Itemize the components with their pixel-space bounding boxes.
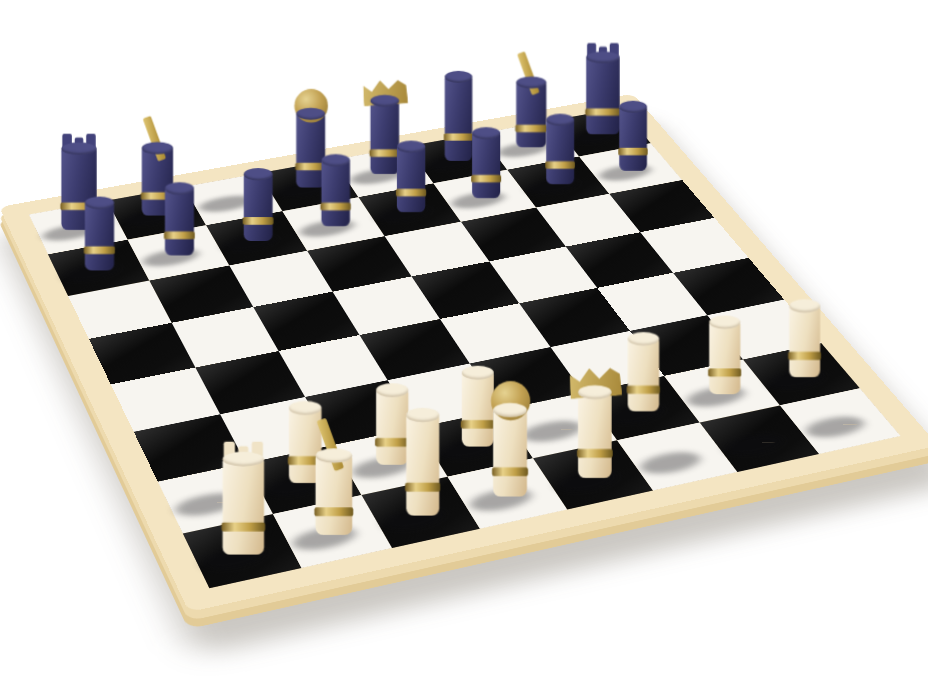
cylinder-top <box>321 154 350 166</box>
piece-black-pawn-d7 <box>321 160 350 227</box>
gold-band <box>84 246 115 254</box>
piece-white-pawn-c2 <box>376 389 408 464</box>
piece-white-pawn-g2 <box>709 322 740 395</box>
chess-board <box>0 94 928 612</box>
gold-band <box>544 403 578 411</box>
cylinder-top <box>445 71 473 83</box>
gold-band <box>315 507 354 516</box>
piece-white-pawn-h2 <box>789 305 820 377</box>
cylinder-top <box>663 355 695 369</box>
cylinder-top <box>223 452 264 467</box>
cylinder-top <box>376 383 408 397</box>
gold-band <box>405 483 440 492</box>
cylinder-top <box>546 114 574 126</box>
cylinder-top <box>142 142 173 154</box>
cylinder-top <box>244 168 273 180</box>
piece-white-king-e1 <box>579 392 613 479</box>
piece-white-rook-h1 <box>824 334 863 425</box>
gold-band <box>164 232 195 240</box>
cylinder-top <box>461 366 493 380</box>
gold-band <box>375 438 409 447</box>
gold-band <box>444 133 473 140</box>
piece-white-knight-b1 <box>316 455 353 535</box>
cylinder-top <box>709 315 740 329</box>
cylinder-top <box>296 108 325 120</box>
gold-band <box>515 125 547 132</box>
gold-band <box>320 203 350 211</box>
cylinder-top <box>289 401 322 415</box>
gold-band <box>222 523 266 532</box>
cylinder-top <box>371 95 400 107</box>
cylinder-top <box>545 349 577 363</box>
piece-black-rook-h8 <box>586 57 619 135</box>
cylinder-top <box>316 449 353 463</box>
piece-white-bishop-f1 <box>663 361 695 460</box>
piece-black-knight-g8 <box>516 82 546 148</box>
cylinder-top <box>789 299 820 312</box>
cylinder-top <box>220 110 248 122</box>
gold-band <box>708 368 741 376</box>
chess-photo-stage <box>0 0 928 686</box>
piece-white-bishop-c1 <box>406 415 439 516</box>
piece-black-pawn-g7 <box>546 119 574 184</box>
cylinder-top <box>397 140 425 152</box>
cylinder-top <box>744 359 779 373</box>
piece-black-pawn-b7 <box>165 188 194 256</box>
piece-black-pawn-a7 <box>85 202 114 270</box>
piece-white-knight-g1 <box>744 366 779 443</box>
cylinder-top <box>62 142 97 154</box>
cylinder-top <box>165 182 194 195</box>
gold-band <box>460 420 494 429</box>
gold-band <box>585 109 620 116</box>
gold-band <box>823 394 864 402</box>
gold-band <box>662 428 696 437</box>
piece-white-pawn-f2 <box>628 338 659 411</box>
cylinder-top <box>200 419 233 433</box>
piece-black-bishop-f8 <box>445 76 473 161</box>
cylinder-top <box>85 196 114 209</box>
piece-black-king-e8 <box>371 100 400 174</box>
gold-band <box>577 449 613 458</box>
knight-gold-fin-icon <box>517 51 540 95</box>
gold-band <box>788 352 821 360</box>
piece-black-pawn-f7 <box>472 133 500 199</box>
cylinder-top <box>628 332 659 346</box>
cylinder-top <box>579 385 613 399</box>
piece-black-pawn-c7 <box>244 174 273 241</box>
gold-band <box>545 161 575 168</box>
cylinder-top <box>824 327 863 341</box>
knight-gold-fin-icon <box>143 116 167 162</box>
gold-band <box>627 385 661 393</box>
piece-black-pawn-h7 <box>619 106 647 171</box>
cylinder-top <box>472 127 500 139</box>
piece-black-pawn-e7 <box>397 146 425 212</box>
cylinder-top <box>586 51 619 63</box>
cylinder-top <box>516 77 546 89</box>
gold-band <box>492 467 528 476</box>
gold-band <box>743 415 780 424</box>
gold-band <box>370 149 401 156</box>
gold-band <box>471 175 501 183</box>
gold-band <box>618 148 648 155</box>
piece-white-pawn-d2 <box>461 372 493 447</box>
piece-white-queen-d1 <box>493 410 527 497</box>
cylinder-top <box>619 101 647 113</box>
gold-band <box>396 189 426 197</box>
cylinder-top <box>406 408 439 422</box>
gold-band <box>243 217 274 225</box>
piece-white-rook-a1 <box>223 459 264 555</box>
